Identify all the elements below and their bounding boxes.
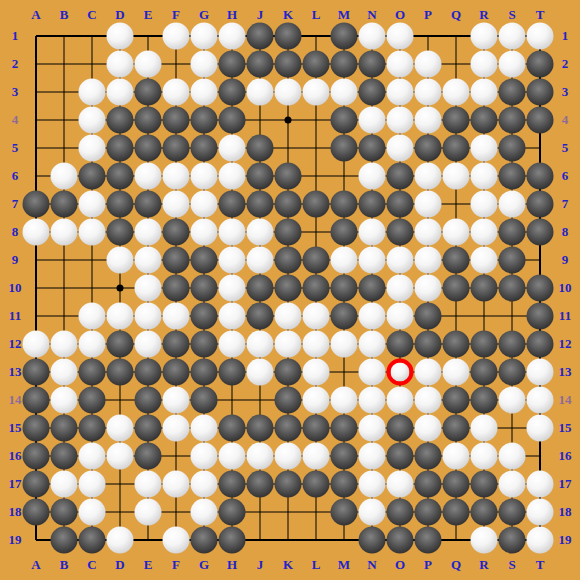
stone-white-N11[interactable]	[359, 303, 386, 330]
stone-black-P19[interactable]	[415, 527, 442, 554]
stone-black-M18[interactable]	[331, 499, 358, 526]
stone-white-E12[interactable]	[135, 331, 162, 358]
stone-white-T13[interactable]	[527, 359, 554, 386]
stone-white-Q16[interactable]	[443, 443, 470, 470]
stone-black-S18[interactable]	[499, 499, 526, 526]
stone-black-E13[interactable]	[135, 359, 162, 386]
stone-black-E7[interactable]	[135, 191, 162, 218]
stone-black-R17[interactable]	[471, 471, 498, 498]
stone-black-J1[interactable]	[247, 23, 274, 50]
stone-black-A16[interactable]	[23, 443, 50, 470]
stone-black-G11[interactable]	[191, 303, 218, 330]
stone-black-E16[interactable]	[135, 443, 162, 470]
stone-black-F13[interactable]	[163, 359, 190, 386]
stone-white-N13[interactable]	[359, 359, 386, 386]
stone-white-H5[interactable]	[219, 135, 246, 162]
stone-white-P13[interactable]	[415, 359, 442, 386]
stone-white-Q6[interactable]	[443, 163, 470, 190]
stone-black-P5[interactable]	[415, 135, 442, 162]
stone-white-O3[interactable]	[387, 79, 414, 106]
stone-white-G6[interactable]	[191, 163, 218, 190]
stone-white-D16[interactable]	[107, 443, 134, 470]
stone-black-Q15[interactable]	[443, 415, 470, 442]
stone-black-J5[interactable]	[247, 135, 274, 162]
stone-white-T19[interactable]	[527, 527, 554, 554]
stone-white-L14[interactable]	[303, 387, 330, 414]
stone-black-D4[interactable]	[107, 107, 134, 134]
stone-black-K15[interactable]	[275, 415, 302, 442]
stone-black-Q12[interactable]	[443, 331, 470, 358]
stone-white-P4[interactable]	[415, 107, 442, 134]
stone-white-G1[interactable]	[191, 23, 218, 50]
stone-black-T6[interactable]	[527, 163, 554, 190]
stone-white-F14[interactable]	[163, 387, 190, 414]
stone-white-R7[interactable]	[471, 191, 498, 218]
stone-black-N10[interactable]	[359, 275, 386, 302]
stone-black-J17[interactable]	[247, 471, 274, 498]
stone-white-E2[interactable]	[135, 51, 162, 78]
stone-white-C11[interactable]	[79, 303, 106, 330]
stone-white-F15[interactable]	[163, 415, 190, 442]
stone-white-P2[interactable]	[415, 51, 442, 78]
stone-black-O19[interactable]	[387, 527, 414, 554]
stone-black-K6[interactable]	[275, 163, 302, 190]
stone-black-G14[interactable]	[191, 387, 218, 414]
stone-white-G3[interactable]	[191, 79, 218, 106]
stone-black-N5[interactable]	[359, 135, 386, 162]
stone-black-D7[interactable]	[107, 191, 134, 218]
stone-black-K8[interactable]	[275, 219, 302, 246]
stone-white-T15[interactable]	[527, 415, 554, 442]
stone-black-S13[interactable]	[499, 359, 526, 386]
stone-white-J16[interactable]	[247, 443, 274, 470]
stone-black-C13[interactable]	[79, 359, 106, 386]
stone-black-H4[interactable]	[219, 107, 246, 134]
stone-white-R16[interactable]	[471, 443, 498, 470]
stone-white-C17[interactable]	[79, 471, 106, 498]
stone-black-E5[interactable]	[135, 135, 162, 162]
stone-white-D11[interactable]	[107, 303, 134, 330]
stone-white-S2[interactable]	[499, 51, 526, 78]
stone-white-R1[interactable]	[471, 23, 498, 50]
stone-black-L2[interactable]	[303, 51, 330, 78]
stone-white-H12[interactable]	[219, 331, 246, 358]
last-move-marked-white-O13[interactable]	[387, 359, 414, 386]
stone-black-O12[interactable]	[387, 331, 414, 358]
stone-white-F3[interactable]	[163, 79, 190, 106]
stone-white-J8[interactable]	[247, 219, 274, 246]
stone-black-S5[interactable]	[499, 135, 526, 162]
stone-white-F6[interactable]	[163, 163, 190, 190]
stone-black-Q18[interactable]	[443, 499, 470, 526]
stone-white-J12[interactable]	[247, 331, 274, 358]
stone-black-N2[interactable]	[359, 51, 386, 78]
stone-white-Q8[interactable]	[443, 219, 470, 246]
stone-white-G17[interactable]	[191, 471, 218, 498]
stone-black-O16[interactable]	[387, 443, 414, 470]
stone-white-B17[interactable]	[51, 471, 78, 498]
stone-white-P7[interactable]	[415, 191, 442, 218]
stone-white-B8[interactable]	[51, 219, 78, 246]
stone-black-Q17[interactable]	[443, 471, 470, 498]
stone-white-R8[interactable]	[471, 219, 498, 246]
stone-black-J2[interactable]	[247, 51, 274, 78]
stone-white-N15[interactable]	[359, 415, 386, 442]
stone-white-P10[interactable]	[415, 275, 442, 302]
stone-black-E15[interactable]	[135, 415, 162, 442]
stone-white-S17[interactable]	[499, 471, 526, 498]
stone-black-S19[interactable]	[499, 527, 526, 554]
stone-white-E6[interactable]	[135, 163, 162, 190]
stone-black-R13[interactable]	[471, 359, 498, 386]
stone-black-G4[interactable]	[191, 107, 218, 134]
stone-black-O15[interactable]	[387, 415, 414, 442]
stone-white-O11[interactable]	[387, 303, 414, 330]
stone-black-P17[interactable]	[415, 471, 442, 498]
stone-white-N14[interactable]	[359, 387, 386, 414]
stone-black-J6[interactable]	[247, 163, 274, 190]
stone-black-K10[interactable]	[275, 275, 302, 302]
stone-black-B15[interactable]	[51, 415, 78, 442]
stone-white-A12[interactable]	[23, 331, 50, 358]
stone-white-O1[interactable]	[387, 23, 414, 50]
stone-black-G9[interactable]	[191, 247, 218, 274]
stone-black-S12[interactable]	[499, 331, 526, 358]
stone-white-H8[interactable]	[219, 219, 246, 246]
stone-black-R10[interactable]	[471, 275, 498, 302]
stone-white-E8[interactable]	[135, 219, 162, 246]
stone-black-K7[interactable]	[275, 191, 302, 218]
stone-white-R19[interactable]	[471, 527, 498, 554]
stone-black-M8[interactable]	[331, 219, 358, 246]
stone-white-B13[interactable]	[51, 359, 78, 386]
stone-white-C5[interactable]	[79, 135, 106, 162]
stone-white-S7[interactable]	[499, 191, 526, 218]
stone-white-D3[interactable]	[107, 79, 134, 106]
stone-black-P11[interactable]	[415, 303, 442, 330]
stone-white-G2[interactable]	[191, 51, 218, 78]
stone-white-J3[interactable]	[247, 79, 274, 106]
stone-white-N12[interactable]	[359, 331, 386, 358]
stone-white-O5[interactable]	[387, 135, 414, 162]
stone-black-G19[interactable]	[191, 527, 218, 554]
stone-white-N1[interactable]	[359, 23, 386, 50]
stone-black-Q10[interactable]	[443, 275, 470, 302]
stone-black-D5[interactable]	[107, 135, 134, 162]
stone-white-O4[interactable]	[387, 107, 414, 134]
stone-white-T1[interactable]	[527, 23, 554, 50]
stone-white-P6[interactable]	[415, 163, 442, 190]
stone-white-C4[interactable]	[79, 107, 106, 134]
stone-white-N17[interactable]	[359, 471, 386, 498]
stone-black-T3[interactable]	[527, 79, 554, 106]
stone-black-A18[interactable]	[23, 499, 50, 526]
stone-white-G7[interactable]	[191, 191, 218, 218]
stone-black-R4[interactable]	[471, 107, 498, 134]
stone-black-S9[interactable]	[499, 247, 526, 274]
stone-black-T7[interactable]	[527, 191, 554, 218]
stone-white-H1[interactable]	[219, 23, 246, 50]
stone-black-M1[interactable]	[331, 23, 358, 50]
stone-black-D8[interactable]	[107, 219, 134, 246]
stone-black-K2[interactable]	[275, 51, 302, 78]
stone-white-T14[interactable]	[527, 387, 554, 414]
stone-white-L3[interactable]	[303, 79, 330, 106]
stone-black-T4[interactable]	[527, 107, 554, 134]
stone-black-P18[interactable]	[415, 499, 442, 526]
stone-white-J13[interactable]	[247, 359, 274, 386]
stone-black-R18[interactable]	[471, 499, 498, 526]
stone-white-F17[interactable]	[163, 471, 190, 498]
stone-white-K16[interactable]	[275, 443, 302, 470]
stone-white-M14[interactable]	[331, 387, 358, 414]
stone-white-B14[interactable]	[51, 387, 78, 414]
stone-black-H17[interactable]	[219, 471, 246, 498]
stone-white-J9[interactable]	[247, 247, 274, 274]
stone-white-Q13[interactable]	[443, 359, 470, 386]
stone-white-C8[interactable]	[79, 219, 106, 246]
stone-black-G13[interactable]	[191, 359, 218, 386]
stone-white-O14[interactable]	[387, 387, 414, 414]
stone-white-F19[interactable]	[163, 527, 190, 554]
stone-white-D19[interactable]	[107, 527, 134, 554]
stone-black-R12[interactable]	[471, 331, 498, 358]
stone-black-B7[interactable]	[51, 191, 78, 218]
stone-white-E17[interactable]	[135, 471, 162, 498]
stone-black-Q4[interactable]	[443, 107, 470, 134]
stone-white-P14[interactable]	[415, 387, 442, 414]
stone-white-L13[interactable]	[303, 359, 330, 386]
stone-white-O10[interactable]	[387, 275, 414, 302]
stone-white-N8[interactable]	[359, 219, 386, 246]
stone-white-N4[interactable]	[359, 107, 386, 134]
stone-white-D15[interactable]	[107, 415, 134, 442]
stone-white-N9[interactable]	[359, 247, 386, 274]
stone-black-S3[interactable]	[499, 79, 526, 106]
stone-black-M4[interactable]	[331, 107, 358, 134]
stone-white-O17[interactable]	[387, 471, 414, 498]
stone-black-J15[interactable]	[247, 415, 274, 442]
stone-black-J7[interactable]	[247, 191, 274, 218]
stone-white-M3[interactable]	[331, 79, 358, 106]
stone-white-R6[interactable]	[471, 163, 498, 190]
stone-black-G10[interactable]	[191, 275, 218, 302]
stone-white-E10[interactable]	[135, 275, 162, 302]
stone-white-G8[interactable]	[191, 219, 218, 246]
stone-white-K12[interactable]	[275, 331, 302, 358]
stone-black-J10[interactable]	[247, 275, 274, 302]
stone-black-M5[interactable]	[331, 135, 358, 162]
stone-black-F8[interactable]	[163, 219, 190, 246]
stone-white-H11[interactable]	[219, 303, 246, 330]
stone-black-L10[interactable]	[303, 275, 330, 302]
stone-black-K1[interactable]	[275, 23, 302, 50]
stone-black-C14[interactable]	[79, 387, 106, 414]
stone-black-M7[interactable]	[331, 191, 358, 218]
stone-white-G16[interactable]	[191, 443, 218, 470]
stone-white-S1[interactable]	[499, 23, 526, 50]
stone-white-K11[interactable]	[275, 303, 302, 330]
stone-black-R14[interactable]	[471, 387, 498, 414]
stone-white-C3[interactable]	[79, 79, 106, 106]
stone-white-H9[interactable]	[219, 247, 246, 274]
stone-black-F5[interactable]	[163, 135, 190, 162]
stone-black-O18[interactable]	[387, 499, 414, 526]
stone-white-T17[interactable]	[527, 471, 554, 498]
stone-white-C16[interactable]	[79, 443, 106, 470]
stone-black-S8[interactable]	[499, 219, 526, 246]
stone-black-Q14[interactable]	[443, 387, 470, 414]
stone-black-F10[interactable]	[163, 275, 190, 302]
stone-black-S6[interactable]	[499, 163, 526, 190]
stone-white-S14[interactable]	[499, 387, 526, 414]
stone-black-T10[interactable]	[527, 275, 554, 302]
stone-white-K3[interactable]	[275, 79, 302, 106]
stone-black-L9[interactable]	[303, 247, 330, 274]
stone-black-M15[interactable]	[331, 415, 358, 442]
stone-black-H7[interactable]	[219, 191, 246, 218]
stone-white-D9[interactable]	[107, 247, 134, 274]
stone-black-F4[interactable]	[163, 107, 190, 134]
stone-black-H15[interactable]	[219, 415, 246, 442]
stone-white-L12[interactable]	[303, 331, 330, 358]
stone-black-M10[interactable]	[331, 275, 358, 302]
stone-black-O7[interactable]	[387, 191, 414, 218]
stone-black-P12[interactable]	[415, 331, 442, 358]
stone-black-G12[interactable]	[191, 331, 218, 358]
stone-black-F9[interactable]	[163, 247, 190, 274]
stone-white-B12[interactable]	[51, 331, 78, 358]
stone-black-Q9[interactable]	[443, 247, 470, 274]
stone-black-D13[interactable]	[107, 359, 134, 386]
stone-black-M16[interactable]	[331, 443, 358, 470]
stone-black-A14[interactable]	[23, 387, 50, 414]
stone-white-H10[interactable]	[219, 275, 246, 302]
stone-white-M9[interactable]	[331, 247, 358, 274]
stone-black-N19[interactable]	[359, 527, 386, 554]
stone-white-E18[interactable]	[135, 499, 162, 526]
stone-black-C6[interactable]	[79, 163, 106, 190]
stone-white-R5[interactable]	[471, 135, 498, 162]
stone-black-S10[interactable]	[499, 275, 526, 302]
stone-white-F7[interactable]	[163, 191, 190, 218]
stone-white-D1[interactable]	[107, 23, 134, 50]
stone-black-G5[interactable]	[191, 135, 218, 162]
stone-black-B19[interactable]	[51, 527, 78, 554]
stone-white-C18[interactable]	[79, 499, 106, 526]
stone-white-N16[interactable]	[359, 443, 386, 470]
stone-black-K13[interactable]	[275, 359, 302, 386]
stone-white-R2[interactable]	[471, 51, 498, 78]
stone-white-O2[interactable]	[387, 51, 414, 78]
stone-black-P16[interactable]	[415, 443, 442, 470]
stone-black-A15[interactable]	[23, 415, 50, 442]
stone-black-M17[interactable]	[331, 471, 358, 498]
stone-black-T2[interactable]	[527, 51, 554, 78]
stone-white-R15[interactable]	[471, 415, 498, 442]
stone-white-B6[interactable]	[51, 163, 78, 190]
stone-black-H18[interactable]	[219, 499, 246, 526]
stone-black-L17[interactable]	[303, 471, 330, 498]
stone-white-P3[interactable]	[415, 79, 442, 106]
stone-black-Q5[interactable]	[443, 135, 470, 162]
stone-black-H13[interactable]	[219, 359, 246, 386]
stone-black-F12[interactable]	[163, 331, 190, 358]
stone-black-C15[interactable]	[79, 415, 106, 442]
stone-black-M2[interactable]	[331, 51, 358, 78]
stone-black-H2[interactable]	[219, 51, 246, 78]
stone-white-T18[interactable]	[527, 499, 554, 526]
stone-black-B16[interactable]	[51, 443, 78, 470]
stone-black-D12[interactable]	[107, 331, 134, 358]
stone-white-P15[interactable]	[415, 415, 442, 442]
stone-black-B18[interactable]	[51, 499, 78, 526]
stone-white-N18[interactable]	[359, 499, 386, 526]
stone-white-Q3[interactable]	[443, 79, 470, 106]
stone-white-R3[interactable]	[471, 79, 498, 106]
stone-black-D6[interactable]	[107, 163, 134, 190]
stone-white-H6[interactable]	[219, 163, 246, 190]
stone-black-K14[interactable]	[275, 387, 302, 414]
stone-black-A7[interactable]	[23, 191, 50, 218]
stone-black-H19[interactable]	[219, 527, 246, 554]
stone-white-E9[interactable]	[135, 247, 162, 274]
stone-black-N3[interactable]	[359, 79, 386, 106]
stone-white-D2[interactable]	[107, 51, 134, 78]
stone-black-T11[interactable]	[527, 303, 554, 330]
stone-white-C7[interactable]	[79, 191, 106, 218]
stone-black-A13[interactable]	[23, 359, 50, 386]
stone-white-O9[interactable]	[387, 247, 414, 274]
stone-white-L16[interactable]	[303, 443, 330, 470]
stone-black-C19[interactable]	[79, 527, 106, 554]
goban[interactable]: AABBCCDDEEFFGGHHJJKKLLMMNNOOPPQQRRSSTT11…	[0, 0, 580, 580]
stone-white-G15[interactable]	[191, 415, 218, 442]
stone-black-J11[interactable]	[247, 303, 274, 330]
stone-white-E11[interactable]	[135, 303, 162, 330]
stone-white-P9[interactable]	[415, 247, 442, 274]
stone-black-E3[interactable]	[135, 79, 162, 106]
stone-white-H16[interactable]	[219, 443, 246, 470]
stone-black-S4[interactable]	[499, 107, 526, 134]
stone-white-C12[interactable]	[79, 331, 106, 358]
stone-black-N7[interactable]	[359, 191, 386, 218]
stone-black-E4[interactable]	[135, 107, 162, 134]
stone-black-K9[interactable]	[275, 247, 302, 274]
stone-white-P8[interactable]	[415, 219, 442, 246]
stone-black-T8[interactable]	[527, 219, 554, 246]
stone-black-M11[interactable]	[331, 303, 358, 330]
stone-black-L15[interactable]	[303, 415, 330, 442]
stone-white-A8[interactable]	[23, 219, 50, 246]
stone-white-F1[interactable]	[163, 23, 190, 50]
stone-white-S16[interactable]	[499, 443, 526, 470]
stone-white-F11[interactable]	[163, 303, 190, 330]
stone-black-K17[interactable]	[275, 471, 302, 498]
stone-white-G18[interactable]	[191, 499, 218, 526]
stone-black-E14[interactable]	[135, 387, 162, 414]
stone-black-T12[interactable]	[527, 331, 554, 358]
stone-white-R9[interactable]	[471, 247, 498, 274]
stone-white-L11[interactable]	[303, 303, 330, 330]
stone-black-A17[interactable]	[23, 471, 50, 498]
stone-black-O8[interactable]	[387, 219, 414, 246]
stone-black-O6[interactable]	[387, 163, 414, 190]
stone-white-N6[interactable]	[359, 163, 386, 190]
stone-white-M12[interactable]	[331, 331, 358, 358]
stone-black-H3[interactable]	[219, 79, 246, 106]
stone-black-L7[interactable]	[303, 191, 330, 218]
